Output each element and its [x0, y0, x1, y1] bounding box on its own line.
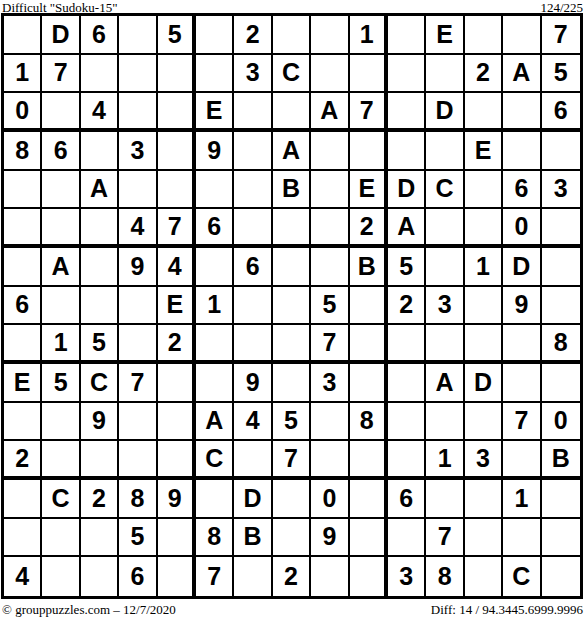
copyright: © grouppuzzles.com – 12/7/2020 [2, 602, 176, 618]
cell-r7c14[interactable]: D [503, 248, 541, 287]
cell-r7c3[interactable] [81, 248, 119, 287]
cell-r11c2[interactable] [42, 403, 80, 442]
cell-r14c10[interactable] [350, 519, 388, 558]
cell-r2c8[interactable]: C [273, 55, 311, 94]
cell-r1c11[interactable] [388, 16, 426, 55]
cell-r14c2[interactable] [42, 519, 80, 558]
cell-r2c5[interactable] [158, 55, 196, 94]
cell-r6c10[interactable]: 2 [350, 209, 388, 248]
cell-r1c3[interactable]: 6 [81, 16, 119, 55]
cell-r4c11[interactable] [388, 132, 426, 171]
cell-r8c10[interactable] [350, 287, 388, 326]
cell-r1c7[interactable]: 2 [234, 16, 272, 55]
cell-r3c6[interactable]: E [196, 93, 234, 132]
cell-r10c6[interactable] [196, 364, 234, 403]
cell-r14c13[interactable] [465, 519, 503, 558]
cell-r6c13[interactable] [465, 209, 503, 248]
cell-r7c15[interactable] [542, 248, 580, 287]
cell-r12c9[interactable] [311, 441, 349, 480]
cell-r13c13[interactable] [465, 480, 503, 519]
cell-r10c1[interactable]: E [4, 364, 42, 403]
cell-r10c11[interactable] [388, 364, 426, 403]
cell-r14c11[interactable] [388, 519, 426, 558]
cell-r2c9[interactable] [311, 55, 349, 94]
cell-r2c7[interactable]: 3 [234, 55, 272, 94]
cell-r12c8[interactable]: 7 [273, 441, 311, 480]
cell-r15c8[interactable]: 2 [273, 557, 311, 596]
cell-r4c3[interactable] [81, 132, 119, 171]
cell-r3c13[interactable] [465, 93, 503, 132]
cell-r1c4[interactable] [119, 16, 157, 55]
cell-r15c6[interactable]: 7 [196, 557, 234, 596]
cell-r10c15[interactable] [542, 364, 580, 403]
cell-r7c12[interactable] [426, 248, 464, 287]
cell-r2c4[interactable] [119, 55, 157, 94]
cell-r4c13[interactable]: E [465, 132, 503, 171]
cell-r15c10[interactable] [350, 557, 388, 596]
cell-r8c11[interactable]: 2 [388, 287, 426, 326]
cell-r11c3[interactable]: 9 [81, 403, 119, 442]
cell-r5c14[interactable]: 6 [503, 171, 541, 210]
cell-r12c12[interactable]: 1 [426, 441, 464, 480]
cell-r2c1[interactable]: 1 [4, 55, 42, 94]
cell-r10c14[interactable] [503, 364, 541, 403]
cell-r2c13[interactable]: 2 [465, 55, 503, 94]
cell-r2c10[interactable] [350, 55, 388, 94]
cell-r7c5[interactable]: 4 [158, 248, 196, 287]
cell-r8c1[interactable]: 6 [4, 287, 42, 326]
cell-r6c8[interactable] [273, 209, 311, 248]
cell-r13c12[interactable] [426, 480, 464, 519]
cell-r7c10[interactable]: B [350, 248, 388, 287]
cell-r9c5[interactable]: 2 [158, 325, 196, 364]
cell-r1c12[interactable]: E [426, 16, 464, 55]
cell-r10c4[interactable]: 7 [119, 364, 157, 403]
cell-r3c2[interactable] [42, 93, 80, 132]
cell-r6c9[interactable] [311, 209, 349, 248]
cell-r15c2[interactable] [42, 557, 80, 596]
cell-r7c11[interactable]: 5 [388, 248, 426, 287]
cell-r1c1[interactable] [4, 16, 42, 55]
cell-r10c9[interactable]: 3 [311, 364, 349, 403]
cell-r7c1[interactable] [4, 248, 42, 287]
cell-r15c4[interactable]: 6 [119, 557, 157, 596]
cell-r10c5[interactable] [158, 364, 196, 403]
cell-r7c7[interactable]: 6 [234, 248, 272, 287]
cell-r7c8[interactable] [273, 248, 311, 287]
cell-r1c2[interactable]: D [42, 16, 80, 55]
cell-r9c9[interactable]: 7 [311, 325, 349, 364]
cell-r5c1[interactable] [4, 171, 42, 210]
cell-r12c11[interactable] [388, 441, 426, 480]
cell-r4c14[interactable] [503, 132, 541, 171]
cell-r4c10[interactable] [350, 132, 388, 171]
cell-r9c11[interactable] [388, 325, 426, 364]
cell-r10c3[interactable]: C [81, 364, 119, 403]
cell-r14c3[interactable] [81, 519, 119, 558]
cell-r9c1[interactable] [4, 325, 42, 364]
cell-r8c3[interactable] [81, 287, 119, 326]
cell-r12c13[interactable]: 3 [465, 441, 503, 480]
cell-r8c4[interactable] [119, 287, 157, 326]
cell-r3c12[interactable]: D [426, 93, 464, 132]
cell-r8c6[interactable]: 1 [196, 287, 234, 326]
cell-r13c5[interactable]: 9 [158, 480, 196, 519]
cell-r15c15[interactable] [542, 557, 580, 596]
cell-r6c1[interactable] [4, 209, 42, 248]
cell-r4c12[interactable] [426, 132, 464, 171]
cell-r6c5[interactable]: 7 [158, 209, 196, 248]
cell-r14c14[interactable] [503, 519, 541, 558]
cell-r15c5[interactable] [158, 557, 196, 596]
cell-r11c12[interactable] [426, 403, 464, 442]
cell-r2c12[interactable] [426, 55, 464, 94]
sudoku-grid: D6521E7173C2A504EA7D68639AEABEDC634762A0… [1, 13, 583, 599]
cell-r13c6[interactable] [196, 480, 234, 519]
cell-r8c7[interactable] [234, 287, 272, 326]
cell-r9c2[interactable]: 1 [42, 325, 80, 364]
cell-r14c7[interactable]: B [234, 519, 272, 558]
cell-r4c8[interactable]: A [273, 132, 311, 171]
cell-r2c3[interactable] [81, 55, 119, 94]
cell-r10c10[interactable] [350, 364, 388, 403]
cell-r15c11[interactable]: 3 [388, 557, 426, 596]
cell-r13c2[interactable]: C [42, 480, 80, 519]
cell-r10c7[interactable]: 9 [234, 364, 272, 403]
cell-r4c1[interactable]: 8 [4, 132, 42, 171]
cell-r5c11[interactable]: D [388, 171, 426, 210]
cell-r5c6[interactable] [196, 171, 234, 210]
cell-r3c9[interactable]: A [311, 93, 349, 132]
cell-r13c3[interactable]: 2 [81, 480, 119, 519]
cell-r13c4[interactable]: 8 [119, 480, 157, 519]
cell-r15c9[interactable] [311, 557, 349, 596]
cell-r14c6[interactable]: 8 [196, 519, 234, 558]
cell-r5c5[interactable] [158, 171, 196, 210]
cell-r15c1[interactable]: 4 [4, 557, 42, 596]
cell-r7c13[interactable]: 1 [465, 248, 503, 287]
cell-r3c1[interactable]: 0 [4, 93, 42, 132]
cell-r8c14[interactable]: 9 [503, 287, 541, 326]
cell-r4c6[interactable]: 9 [196, 132, 234, 171]
cell-r3c7[interactable] [234, 93, 272, 132]
cell-r11c15[interactable]: 0 [542, 403, 580, 442]
cell-r13c15[interactable] [542, 480, 580, 519]
cell-r11c13[interactable] [465, 403, 503, 442]
cell-r15c7[interactable] [234, 557, 272, 596]
cell-r9c14[interactable] [503, 325, 541, 364]
cell-r1c14[interactable] [503, 16, 541, 55]
cell-r10c12[interactable]: A [426, 364, 464, 403]
cell-r15c13[interactable] [465, 557, 503, 596]
cell-r11c5[interactable] [158, 403, 196, 442]
cell-r3c10[interactable]: 7 [350, 93, 388, 132]
cell-r5c12[interactable]: C [426, 171, 464, 210]
cell-r5c7[interactable] [234, 171, 272, 210]
cell-r12c1[interactable]: 2 [4, 441, 42, 480]
cell-r6c12[interactable] [426, 209, 464, 248]
cell-r11c4[interactable] [119, 403, 157, 442]
cell-r12c2[interactable] [42, 441, 80, 480]
cell-r14c9[interactable]: 9 [311, 519, 349, 558]
cell-r11c14[interactable]: 7 [503, 403, 541, 442]
cell-r7c9[interactable] [311, 248, 349, 287]
cell-r13c11[interactable]: 6 [388, 480, 426, 519]
cell-r15c12[interactable]: 8 [426, 557, 464, 596]
cell-r5c8[interactable]: B [273, 171, 311, 210]
cell-r4c7[interactable] [234, 132, 272, 171]
cell-r6c14[interactable]: 0 [503, 209, 541, 248]
cell-r2c14[interactable]: A [503, 55, 541, 94]
cell-r1c15[interactable]: 7 [542, 16, 580, 55]
difficulty: Diff: 14 / 94.3445.6999.9996 [431, 602, 583, 618]
cell-r9c4[interactable] [119, 325, 157, 364]
cell-r6c15[interactable] [542, 209, 580, 248]
cell-r6c2[interactable] [42, 209, 80, 248]
cell-r1c13[interactable] [465, 16, 503, 55]
cell-r7c6[interactable] [196, 248, 234, 287]
cell-r9c15[interactable]: 8 [542, 325, 580, 364]
cell-r12c3[interactable] [81, 441, 119, 480]
cell-r3c11[interactable] [388, 93, 426, 132]
cell-r5c4[interactable] [119, 171, 157, 210]
cell-r1c5[interactable]: 5 [158, 16, 196, 55]
cell-r8c15[interactable] [542, 287, 580, 326]
cell-r8c5[interactable]: E [158, 287, 196, 326]
cell-r4c5[interactable] [158, 132, 196, 171]
cell-r3c8[interactable] [273, 93, 311, 132]
cell-r11c8[interactable]: 5 [273, 403, 311, 442]
cell-r11c1[interactable] [4, 403, 42, 442]
cell-r12c7[interactable] [234, 441, 272, 480]
cell-r7c4[interactable]: 9 [119, 248, 157, 287]
cell-r14c1[interactable] [4, 519, 42, 558]
cell-r8c13[interactable] [465, 287, 503, 326]
cell-r10c13[interactable]: D [465, 364, 503, 403]
cell-r1c6[interactable] [196, 16, 234, 55]
cell-r15c3[interactable] [81, 557, 119, 596]
cell-r11c9[interactable] [311, 403, 349, 442]
cell-r8c2[interactable] [42, 287, 80, 326]
cell-r14c8[interactable] [273, 519, 311, 558]
cell-r2c6[interactable] [196, 55, 234, 94]
cell-r10c2[interactable]: 5 [42, 364, 80, 403]
cell-r9c12[interactable] [426, 325, 464, 364]
cell-r3c15[interactable]: 6 [542, 93, 580, 132]
cell-r4c15[interactable] [542, 132, 580, 171]
cell-r7c2[interactable]: A [42, 248, 80, 287]
cell-r2c15[interactable]: 5 [542, 55, 580, 94]
cell-r14c4[interactable]: 5 [119, 519, 157, 558]
cell-r14c12[interactable]: 7 [426, 519, 464, 558]
cell-r11c7[interactable]: 4 [234, 403, 272, 442]
cell-r6c4[interactable]: 4 [119, 209, 157, 248]
cell-r3c4[interactable] [119, 93, 157, 132]
cell-r5c9[interactable] [311, 171, 349, 210]
cell-r11c6[interactable]: A [196, 403, 234, 442]
cell-r9c7[interactable] [234, 325, 272, 364]
cell-r3c14[interactable] [503, 93, 541, 132]
cell-r4c9[interactable] [311, 132, 349, 171]
cell-r12c4[interactable] [119, 441, 157, 480]
cell-r13c14[interactable]: 1 [503, 480, 541, 519]
cell-r11c11[interactable] [388, 403, 426, 442]
cell-r9c8[interactable] [273, 325, 311, 364]
cell-r6c6[interactable]: 6 [196, 209, 234, 248]
cell-r12c14[interactable] [503, 441, 541, 480]
cell-r2c2[interactable]: 7 [42, 55, 80, 94]
cell-r6c11[interactable]: A [388, 209, 426, 248]
cell-r3c5[interactable] [158, 93, 196, 132]
cell-r6c3[interactable] [81, 209, 119, 248]
cell-r9c13[interactable] [465, 325, 503, 364]
cell-r13c10[interactable] [350, 480, 388, 519]
cell-r14c15[interactable] [542, 519, 580, 558]
cell-r5c2[interactable] [42, 171, 80, 210]
cell-r5c10[interactable]: E [350, 171, 388, 210]
cell-r13c7[interactable]: D [234, 480, 272, 519]
cell-r5c15[interactable]: 3 [542, 171, 580, 210]
cell-r3c3[interactable]: 4 [81, 93, 119, 132]
cell-r13c1[interactable] [4, 480, 42, 519]
cell-r8c12[interactable]: 3 [426, 287, 464, 326]
cell-r8c9[interactable]: 5 [311, 287, 349, 326]
cell-r9c10[interactable] [350, 325, 388, 364]
cell-r12c15[interactable]: B [542, 441, 580, 480]
cell-r1c8[interactable] [273, 16, 311, 55]
cell-r1c10[interactable]: 1 [350, 16, 388, 55]
cell-r5c13[interactable] [465, 171, 503, 210]
cell-r13c9[interactable]: 0 [311, 480, 349, 519]
cell-r10c8[interactable] [273, 364, 311, 403]
cell-r6c7[interactable] [234, 209, 272, 248]
cell-r12c5[interactable] [158, 441, 196, 480]
cell-r14c5[interactable] [158, 519, 196, 558]
puzzle-page: Difficult "Sudoku-15" 124/225 D6521E7173… [0, 0, 585, 619]
cell-r11c10[interactable]: 8 [350, 403, 388, 442]
cell-r12c10[interactable] [350, 441, 388, 480]
cell-r8c8[interactable] [273, 287, 311, 326]
cell-r1c9[interactable] [311, 16, 349, 55]
cell-r13c8[interactable] [273, 480, 311, 519]
cell-r2c11[interactable] [388, 55, 426, 94]
cell-r9c6[interactable] [196, 325, 234, 364]
cell-r4c2[interactable]: 6 [42, 132, 80, 171]
cell-r9c3[interactable]: 5 [81, 325, 119, 364]
cell-r12c6[interactable]: C [196, 441, 234, 480]
cell-r5c3[interactable]: A [81, 171, 119, 210]
cell-r4c4[interactable]: 3 [119, 132, 157, 171]
cell-r15c14[interactable]: C [503, 557, 541, 596]
